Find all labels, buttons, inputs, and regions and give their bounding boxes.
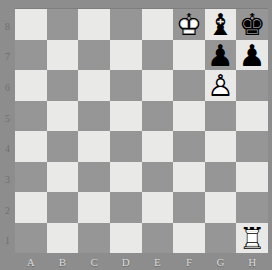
square-d2[interactable] xyxy=(110,192,142,223)
piece-black-pawn-h7[interactable]: ♟ xyxy=(236,41,268,72)
square-g1[interactable] xyxy=(205,223,237,254)
file-label-h: H xyxy=(236,253,268,270)
square-c5[interactable] xyxy=(78,101,110,132)
square-b8[interactable] xyxy=(47,9,79,40)
square-f8[interactable]: ♚♔ xyxy=(173,9,205,40)
rank-label-1: 1 xyxy=(0,222,15,253)
piece-black-pawn-g7[interactable]: ♟ xyxy=(205,41,237,72)
piece-white-king-f8[interactable]: ♚♔ xyxy=(173,10,205,41)
square-a6[interactable] xyxy=(15,70,47,101)
file-label-e: E xyxy=(142,253,174,270)
square-g4[interactable] xyxy=(205,131,237,162)
square-h8[interactable]: ♚ xyxy=(236,9,268,40)
square-c7[interactable] xyxy=(78,40,110,71)
square-b3[interactable] xyxy=(47,162,79,193)
black-bishop-glyph: ♝ xyxy=(207,10,234,40)
square-b5[interactable] xyxy=(47,101,79,132)
square-e4[interactable] xyxy=(142,131,174,162)
square-h5[interactable] xyxy=(236,101,268,132)
square-g5[interactable] xyxy=(205,101,237,132)
square-e1[interactable] xyxy=(142,223,174,254)
square-b1[interactable] xyxy=(47,223,79,254)
file-label-a: A xyxy=(15,253,47,270)
chessboard-diagram: 87654321 ♚♔♝♚♟♟♟♙♜♖ ABCDEFGH xyxy=(0,0,272,270)
square-e2[interactable] xyxy=(142,192,174,223)
square-c8[interactable] xyxy=(78,9,110,40)
square-f7[interactable] xyxy=(173,40,205,71)
square-a4[interactable] xyxy=(15,131,47,162)
square-a3[interactable] xyxy=(15,162,47,193)
rank-label-8: 8 xyxy=(0,8,15,39)
rank-label-6: 6 xyxy=(0,69,15,100)
square-f5[interactable] xyxy=(173,101,205,132)
square-d8[interactable] xyxy=(110,9,142,40)
square-d6[interactable] xyxy=(110,70,142,101)
square-g8[interactable]: ♝ xyxy=(205,9,237,40)
square-c3[interactable] xyxy=(78,162,110,193)
square-f1[interactable] xyxy=(173,223,205,254)
square-h6[interactable] xyxy=(236,70,268,101)
black-pawn-glyph: ♟ xyxy=(239,41,266,71)
square-c4[interactable] xyxy=(78,131,110,162)
black-king-glyph: ♚ xyxy=(239,10,266,40)
white-rook-glyph: ♖ xyxy=(239,224,266,254)
square-c1[interactable] xyxy=(78,223,110,254)
square-d1[interactable] xyxy=(110,223,142,254)
square-e6[interactable] xyxy=(142,70,174,101)
square-g7[interactable]: ♟ xyxy=(205,40,237,71)
piece-black-king-h8[interactable]: ♚ xyxy=(236,10,268,41)
square-d3[interactable] xyxy=(110,162,142,193)
square-h2[interactable] xyxy=(236,192,268,223)
square-h1[interactable]: ♜♖ xyxy=(236,223,268,254)
square-f4[interactable] xyxy=(173,131,205,162)
rank-label-2: 2 xyxy=(0,192,15,223)
file-labels: ABCDEFGH xyxy=(15,253,268,270)
square-g3[interactable] xyxy=(205,162,237,193)
file-label-c: C xyxy=(78,253,110,270)
square-g6[interactable]: ♟♙ xyxy=(205,70,237,101)
white-pawn-glyph: ♙ xyxy=(207,71,234,101)
square-c2[interactable] xyxy=(78,192,110,223)
square-h7[interactable]: ♟ xyxy=(236,40,268,71)
piece-white-rook-h1[interactable]: ♜♖ xyxy=(236,224,268,255)
white-king-glyph: ♔ xyxy=(175,10,202,40)
rank-label-7: 7 xyxy=(0,39,15,70)
square-f6[interactable] xyxy=(173,70,205,101)
square-h3[interactable] xyxy=(236,162,268,193)
square-b2[interactable] xyxy=(47,192,79,223)
square-d7[interactable] xyxy=(110,40,142,71)
square-b4[interactable] xyxy=(47,131,79,162)
piece-black-bishop-g8[interactable]: ♝ xyxy=(205,10,237,41)
square-g2[interactable] xyxy=(205,192,237,223)
square-e3[interactable] xyxy=(142,162,174,193)
file-label-b: B xyxy=(47,253,79,270)
file-label-g: G xyxy=(205,253,237,270)
square-f2[interactable] xyxy=(173,192,205,223)
square-b6[interactable] xyxy=(47,70,79,101)
square-e5[interactable] xyxy=(142,101,174,132)
file-label-d: D xyxy=(110,253,142,270)
square-c6[interactable] xyxy=(78,70,110,101)
rank-label-4: 4 xyxy=(0,131,15,162)
square-a5[interactable] xyxy=(15,101,47,132)
square-d4[interactable] xyxy=(110,131,142,162)
square-e7[interactable] xyxy=(142,40,174,71)
square-f3[interactable] xyxy=(173,162,205,193)
square-a1[interactable] xyxy=(15,223,47,254)
square-a2[interactable] xyxy=(15,192,47,223)
rank-label-3: 3 xyxy=(0,161,15,192)
chess-board[interactable]: ♚♔♝♚♟♟♟♙♜♖ xyxy=(15,8,268,253)
square-a8[interactable] xyxy=(15,9,47,40)
rank-labels: 87654321 xyxy=(0,8,15,253)
rank-label-5: 5 xyxy=(0,100,15,131)
square-d5[interactable] xyxy=(110,101,142,132)
square-e8[interactable] xyxy=(142,9,174,40)
black-pawn-glyph: ♟ xyxy=(207,41,234,71)
square-b7[interactable] xyxy=(47,40,79,71)
file-label-f: F xyxy=(173,253,205,270)
square-a7[interactable] xyxy=(15,40,47,71)
square-h4[interactable] xyxy=(236,131,268,162)
piece-white-pawn-g6[interactable]: ♟♙ xyxy=(205,71,237,102)
